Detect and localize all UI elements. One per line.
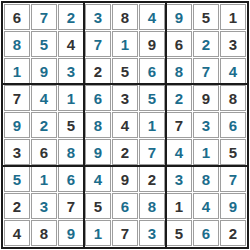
sudoku-board: 6723849518547196231932568747416352989258… — [1, 1, 249, 249]
cell-r6c6[interactable]: 7 — [139, 139, 165, 165]
cell-r7c5[interactable]: 9 — [112, 166, 138, 192]
cell-r9c2[interactable]: 8 — [31, 220, 57, 246]
sudoku-board-wrap: 6723849518547196231932568747416352989258… — [1, 1, 249, 249]
cell-r3c9[interactable]: 4 — [220, 58, 246, 84]
cell-r8c9[interactable]: 9 — [220, 193, 246, 219]
cell-r3c5[interactable]: 5 — [112, 58, 138, 84]
cell-r8c2[interactable]: 3 — [31, 193, 57, 219]
cell-r1c7[interactable]: 9 — [166, 4, 192, 30]
cell-r6c4[interactable]: 9 — [85, 139, 111, 165]
cell-r6c2[interactable]: 6 — [31, 139, 57, 165]
cell-r1c1[interactable]: 6 — [4, 4, 30, 30]
cell-r6c8[interactable]: 1 — [193, 139, 219, 165]
cell-r7c2[interactable]: 1 — [31, 166, 57, 192]
cell-r7c7[interactable]: 3 — [166, 166, 192, 192]
cell-r6c3[interactable]: 8 — [58, 139, 84, 165]
cell-r4c3[interactable]: 1 — [58, 85, 84, 111]
cell-r7c8[interactable]: 8 — [193, 166, 219, 192]
cell-r5c3[interactable]: 5 — [58, 112, 84, 138]
cell-r9c5[interactable]: 7 — [112, 220, 138, 246]
cell-r1c4[interactable]: 3 — [85, 4, 111, 30]
cell-r3c6[interactable]: 6 — [139, 58, 165, 84]
cell-r1c8[interactable]: 5 — [193, 4, 219, 30]
cell-r5c5[interactable]: 4 — [112, 112, 138, 138]
cell-r7c3[interactable]: 6 — [58, 166, 84, 192]
cell-r9c9[interactable]: 2 — [220, 220, 246, 246]
cell-r8c6[interactable]: 8 — [139, 193, 165, 219]
cell-r9c8[interactable]: 6 — [193, 220, 219, 246]
cell-r5c8[interactable]: 3 — [193, 112, 219, 138]
cell-r6c1[interactable]: 3 — [4, 139, 30, 165]
cell-r7c6[interactable]: 2 — [139, 166, 165, 192]
cell-r3c8[interactable]: 7 — [193, 58, 219, 84]
cell-r4c7[interactable]: 2 — [166, 85, 192, 111]
cell-r6c9[interactable]: 5 — [220, 139, 246, 165]
cell-r2c8[interactable]: 2 — [193, 31, 219, 57]
cell-r9c7[interactable]: 5 — [166, 220, 192, 246]
cell-r4c1[interactable]: 7 — [4, 85, 30, 111]
cell-r4c6[interactable]: 5 — [139, 85, 165, 111]
cell-r1c9[interactable]: 1 — [220, 4, 246, 30]
cell-r5c2[interactable]: 2 — [31, 112, 57, 138]
cell-r5c7[interactable]: 7 — [166, 112, 192, 138]
cell-r3c4[interactable]: 2 — [85, 58, 111, 84]
cell-r6c5[interactable]: 2 — [112, 139, 138, 165]
cell-r3c7[interactable]: 8 — [166, 58, 192, 84]
cell-r7c4[interactable]: 4 — [85, 166, 111, 192]
cell-r2c5[interactable]: 1 — [112, 31, 138, 57]
cell-r1c5[interactable]: 8 — [112, 4, 138, 30]
cell-r7c9[interactable]: 7 — [220, 166, 246, 192]
cell-r8c7[interactable]: 1 — [166, 193, 192, 219]
cell-r5c4[interactable]: 8 — [85, 112, 111, 138]
cell-r7c1[interactable]: 5 — [4, 166, 30, 192]
cell-r5c1[interactable]: 9 — [4, 112, 30, 138]
cell-r1c6[interactable]: 4 — [139, 4, 165, 30]
cell-r2c6[interactable]: 9 — [139, 31, 165, 57]
cell-r4c8[interactable]: 9 — [193, 85, 219, 111]
cell-r4c2[interactable]: 4 — [31, 85, 57, 111]
cell-r2c7[interactable]: 6 — [166, 31, 192, 57]
cell-r2c3[interactable]: 4 — [58, 31, 84, 57]
cell-r2c9[interactable]: 3 — [220, 31, 246, 57]
cell-r2c4[interactable]: 7 — [85, 31, 111, 57]
cell-r8c1[interactable]: 2 — [4, 193, 30, 219]
cell-r2c1[interactable]: 8 — [4, 31, 30, 57]
cell-r4c5[interactable]: 3 — [112, 85, 138, 111]
cell-r5c9[interactable]: 6 — [220, 112, 246, 138]
cell-r9c1[interactable]: 4 — [4, 220, 30, 246]
cell-r1c2[interactable]: 7 — [31, 4, 57, 30]
cell-r8c3[interactable]: 7 — [58, 193, 84, 219]
cell-r3c2[interactable]: 9 — [31, 58, 57, 84]
cell-r8c8[interactable]: 4 — [193, 193, 219, 219]
cell-r2c2[interactable]: 5 — [31, 31, 57, 57]
cell-r8c5[interactable]: 6 — [112, 193, 138, 219]
cell-r9c6[interactable]: 3 — [139, 220, 165, 246]
cell-r9c3[interactable]: 9 — [58, 220, 84, 246]
cell-r4c9[interactable]: 8 — [220, 85, 246, 111]
cell-r1c3[interactable]: 2 — [58, 4, 84, 30]
cell-r6c7[interactable]: 4 — [166, 139, 192, 165]
cell-r3c1[interactable]: 1 — [4, 58, 30, 84]
cell-r8c4[interactable]: 5 — [85, 193, 111, 219]
cell-r3c3[interactable]: 3 — [58, 58, 84, 84]
cell-r5c6[interactable]: 1 — [139, 112, 165, 138]
cell-r9c4[interactable]: 1 — [85, 220, 111, 246]
cell-r4c4[interactable]: 6 — [85, 85, 111, 111]
